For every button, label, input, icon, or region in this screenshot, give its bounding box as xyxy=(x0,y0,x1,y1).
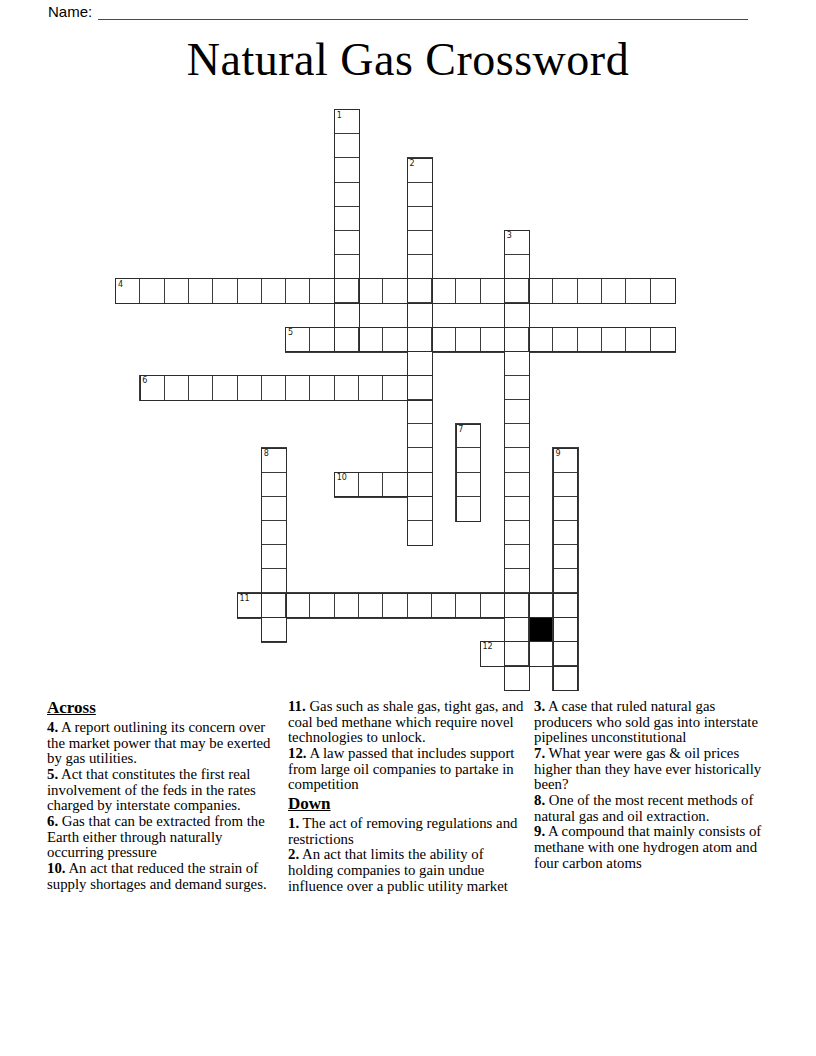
clue-number: 6. xyxy=(47,813,58,829)
grid-cell[interactable] xyxy=(505,424,529,448)
grid-cell[interactable] xyxy=(359,473,383,497)
grid-cell[interactable] xyxy=(505,521,529,545)
grid-cell[interactable] xyxy=(408,279,432,303)
grid-cell[interactable] xyxy=(335,183,359,207)
clue-number: 10. xyxy=(47,860,66,876)
grid-cell[interactable] xyxy=(335,303,359,327)
clue-item: 8. One of the most recent methods of nat… xyxy=(534,793,770,824)
grid-cell[interactable] xyxy=(262,521,286,545)
clue-list: Across4. A report outlining its concern … xyxy=(47,699,771,894)
grid-cell[interactable] xyxy=(578,328,602,352)
grid-cell[interactable] xyxy=(359,593,383,617)
name-row: Name: xyxy=(48,2,748,20)
grid-cell[interactable] xyxy=(408,448,432,472)
clue-item: 9. A compound that mainly consists of me… xyxy=(534,824,770,871)
cell-number: 9 xyxy=(555,450,560,458)
grid-cell[interactable] xyxy=(262,545,286,569)
grid-cell[interactable] xyxy=(335,231,359,255)
grid-cell[interactable] xyxy=(189,279,213,303)
grid-cell[interactable] xyxy=(335,376,359,400)
grid-cell[interactable] xyxy=(335,134,359,158)
clue-item: 2. An act that limits the ability of hol… xyxy=(288,847,524,894)
cell-number: 1 xyxy=(337,112,342,120)
grid-cell[interactable] xyxy=(408,424,432,448)
grid-cell[interactable] xyxy=(408,207,432,231)
grid-cell[interactable] xyxy=(505,400,529,424)
grid-cell[interactable] xyxy=(529,328,553,352)
grid-cell[interactable] xyxy=(262,569,286,593)
grid-cell[interactable] xyxy=(481,593,505,617)
grid-cell[interactable] xyxy=(408,473,432,497)
grid-cell[interactable] xyxy=(335,279,359,303)
grid-cell[interactable] xyxy=(456,328,480,352)
grid-cell[interactable] xyxy=(578,279,602,303)
grid-cell[interactable] xyxy=(335,255,359,279)
grid-cell[interactable] xyxy=(213,376,237,400)
grid-cell[interactable] xyxy=(262,497,286,521)
grid-cell[interactable] xyxy=(359,279,383,303)
grid-cell[interactable] xyxy=(651,279,675,303)
grid-cell[interactable] xyxy=(505,279,529,303)
grid-cell[interactable] xyxy=(310,376,334,400)
grid-cell[interactable] xyxy=(383,328,407,352)
grid-cell[interactable] xyxy=(505,352,529,376)
grid-cell[interactable] xyxy=(505,473,529,497)
grid-cell[interactable] xyxy=(529,642,553,666)
grid-cell[interactable] xyxy=(335,207,359,231)
grid-cell[interactable] xyxy=(408,593,432,617)
grid-cell[interactable] xyxy=(286,376,310,400)
clue-item: 6. Gas that can be extracted from the Ea… xyxy=(47,814,278,861)
grid-cell[interactable] xyxy=(238,376,262,400)
clue-number: 8. xyxy=(534,792,545,808)
cell-number: 6 xyxy=(142,377,147,385)
grid-cell[interactable] xyxy=(456,448,480,472)
grid-cell[interactable] xyxy=(359,376,383,400)
grid-cell[interactable] xyxy=(505,255,529,279)
grid-cell[interactable] xyxy=(262,593,286,617)
grid-cell[interactable] xyxy=(505,497,529,521)
grid-cell[interactable] xyxy=(553,279,577,303)
grid-cell[interactable] xyxy=(359,328,383,352)
black-cell xyxy=(529,618,553,642)
grid-cell[interactable] xyxy=(432,328,456,352)
grid-cell[interactable] xyxy=(553,473,577,497)
grid-cell[interactable] xyxy=(505,642,529,666)
clue-item: 1. The act of removing regulations and r… xyxy=(288,816,524,847)
grid-cell[interactable] xyxy=(165,279,189,303)
clue-column: Across4. A report outlining its concern … xyxy=(47,699,278,892)
worksheet-page: { "page": { "name_label": "Name:", "titl… xyxy=(0,0,816,1056)
grid-cell[interactable] xyxy=(602,279,626,303)
grid-cell[interactable] xyxy=(238,279,262,303)
grid-cell[interactable] xyxy=(335,158,359,182)
cell-number: 7 xyxy=(458,426,463,434)
grid-cell[interactable] xyxy=(481,328,505,352)
cell-number: 2 xyxy=(410,160,415,168)
cell-number: 11 xyxy=(240,595,250,603)
clue-item: 10. An act that reduced the strain of su… xyxy=(47,861,278,892)
grid-cell[interactable] xyxy=(456,497,480,521)
grid-cell[interactable] xyxy=(408,183,432,207)
grid-cell[interactable] xyxy=(310,279,334,303)
clue-column: 11. Gas such as shale gas, tight gas, an… xyxy=(288,699,524,894)
name-underline[interactable] xyxy=(98,5,748,20)
grid-cell[interactable] xyxy=(481,279,505,303)
clue-number: 7. xyxy=(534,745,545,761)
clue-item: 11. Gas such as shale gas, tight gas, an… xyxy=(288,699,524,746)
grid-cell[interactable] xyxy=(408,521,432,545)
grid-cell[interactable] xyxy=(505,376,529,400)
grid-cell[interactable] xyxy=(553,618,577,642)
clue-number: 3. xyxy=(534,698,545,714)
clue-number: 9. xyxy=(534,823,545,839)
grid-cell[interactable] xyxy=(408,497,432,521)
grid-cell[interactable] xyxy=(553,545,577,569)
clue-item: 4. A report outlining its concern over t… xyxy=(47,720,278,767)
grid-cell[interactable] xyxy=(262,473,286,497)
grid-cell[interactable] xyxy=(262,279,286,303)
grid-cell[interactable] xyxy=(553,666,577,690)
clue-item: 7. What year were gas & oil prices highe… xyxy=(534,746,770,793)
grid-cell[interactable] xyxy=(432,279,456,303)
grid-cell[interactable] xyxy=(408,352,432,376)
grid-cell[interactable] xyxy=(310,328,334,352)
grid-cell[interactable] xyxy=(553,569,577,593)
grid-cell[interactable] xyxy=(505,666,529,690)
across-header: Across xyxy=(47,699,278,717)
grid-cell[interactable] xyxy=(408,400,432,424)
grid-cell[interactable] xyxy=(383,593,407,617)
grid-cell[interactable] xyxy=(651,328,675,352)
cell-number: 12 xyxy=(483,643,493,651)
name-label: Name: xyxy=(48,3,92,20)
grid-cell[interactable] xyxy=(310,593,334,617)
clue-item: 3. A case that ruled natural gas produce… xyxy=(534,699,770,746)
grid-cell[interactable] xyxy=(408,231,432,255)
clue-item: 12. A law passed that includes support f… xyxy=(288,746,524,793)
page-title: Natural Gas Crossword xyxy=(0,33,816,86)
grid-cell[interactable] xyxy=(505,328,529,352)
grid-cell[interactable] xyxy=(505,448,529,472)
grid-cell[interactable] xyxy=(505,593,529,617)
down-header: Down xyxy=(288,795,524,813)
grid-cell[interactable] xyxy=(553,593,577,617)
grid-cell[interactable] xyxy=(335,328,359,352)
grid-cell[interactable] xyxy=(505,303,529,327)
clue-number: 12. xyxy=(288,745,307,761)
clue-column: 3. A case that ruled natural gas produce… xyxy=(534,699,770,871)
grid-cell[interactable] xyxy=(529,279,553,303)
cell-number: 4 xyxy=(118,281,123,289)
grid-cell[interactable] xyxy=(505,545,529,569)
grid-cell[interactable] xyxy=(408,255,432,279)
grid-cell[interactable] xyxy=(553,521,577,545)
grid-cell[interactable] xyxy=(602,328,626,352)
grid-cell[interactable] xyxy=(553,497,577,521)
grid-cell[interactable] xyxy=(432,593,456,617)
grid-cell[interactable] xyxy=(189,376,213,400)
cell-number: 5 xyxy=(288,329,293,337)
clue-number: 1. xyxy=(288,815,299,831)
grid-cell[interactable] xyxy=(335,593,359,617)
grid-cell[interactable] xyxy=(456,279,480,303)
grid-cell[interactable] xyxy=(626,279,650,303)
grid-cell[interactable] xyxy=(626,328,650,352)
grid-cell[interactable] xyxy=(262,376,286,400)
cell-number: 3 xyxy=(507,232,512,240)
clue-number: 5. xyxy=(47,766,58,782)
grid-cell[interactable] xyxy=(408,376,432,400)
cell-number: 10 xyxy=(337,474,347,482)
grid-cell[interactable] xyxy=(553,328,577,352)
grid-cell[interactable] xyxy=(553,642,577,666)
grid-cell[interactable] xyxy=(140,279,164,303)
grid-cell[interactable] xyxy=(529,593,553,617)
grid-cell[interactable] xyxy=(505,618,529,642)
grid-cell[interactable] xyxy=(408,328,432,352)
clue-number: 2. xyxy=(288,846,299,862)
grid-cell[interactable] xyxy=(165,376,189,400)
clue-item: 5. Act that constitutes the first real i… xyxy=(47,767,278,814)
grid-cell[interactable] xyxy=(408,303,432,327)
grid-cell[interactable] xyxy=(383,279,407,303)
crossword-grid: 123456789101112 xyxy=(116,110,676,691)
clue-number: 11. xyxy=(288,698,306,714)
grid-cell[interactable] xyxy=(505,569,529,593)
grid-cell[interactable] xyxy=(456,593,480,617)
cell-number: 8 xyxy=(264,450,269,458)
grid-cell[interactable] xyxy=(213,279,237,303)
grid-cell[interactable] xyxy=(286,279,310,303)
grid-cell[interactable] xyxy=(262,618,286,642)
grid-cell[interactable] xyxy=(456,473,480,497)
grid-cell[interactable] xyxy=(286,593,310,617)
grid-cell[interactable] xyxy=(383,376,407,400)
grid-cell[interactable] xyxy=(383,473,407,497)
clue-number: 4. xyxy=(47,719,58,735)
